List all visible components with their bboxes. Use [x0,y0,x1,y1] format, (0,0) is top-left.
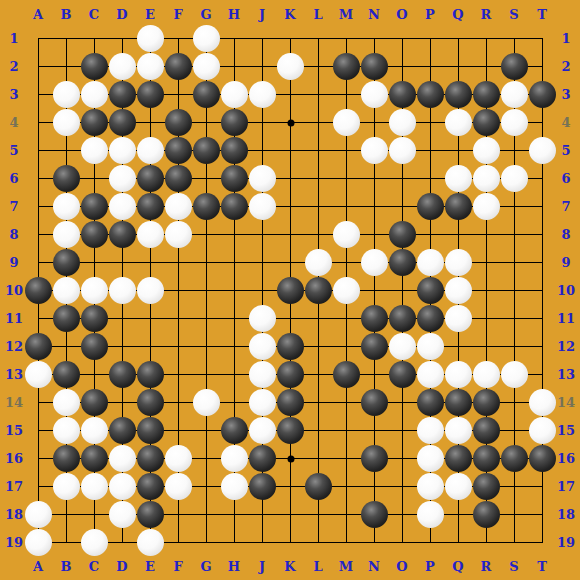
intersection-A2[interactable] [24,52,52,80]
intersection-R2[interactable] [472,52,500,80]
intersection-P17[interactable] [416,472,444,500]
intersection-P9[interactable] [416,248,444,276]
intersection-M11[interactable] [332,304,360,332]
intersection-M18[interactable] [332,500,360,528]
intersection-A15[interactable] [24,416,52,444]
intersection-N9[interactable] [360,248,388,276]
intersection-T5[interactable] [528,136,556,164]
intersection-M9[interactable] [332,248,360,276]
intersection-G13[interactable] [192,360,220,388]
intersection-L5[interactable] [304,136,332,164]
intersection-K16[interactable] [276,444,304,472]
intersection-J12[interactable] [248,332,276,360]
intersection-D19[interactable] [108,528,136,556]
intersection-D7[interactable] [108,192,136,220]
intersection-L15[interactable] [304,416,332,444]
intersection-C2[interactable] [80,52,108,80]
intersection-S15[interactable] [500,416,528,444]
intersection-N12[interactable] [360,332,388,360]
intersection-R6[interactable] [472,164,500,192]
intersection-A1[interactable] [24,24,52,52]
intersection-B13[interactable] [52,360,80,388]
intersection-H1[interactable] [220,24,248,52]
intersection-N18[interactable] [360,500,388,528]
intersection-L3[interactable] [304,80,332,108]
intersection-K1[interactable] [276,24,304,52]
intersection-F14[interactable] [164,388,192,416]
intersection-G9[interactable] [192,248,220,276]
intersection-K8[interactable] [276,220,304,248]
intersection-C11[interactable] [80,304,108,332]
intersection-H8[interactable] [220,220,248,248]
intersection-B7[interactable] [52,192,80,220]
intersection-P8[interactable] [416,220,444,248]
intersection-R7[interactable] [472,192,500,220]
intersection-K12[interactable] [276,332,304,360]
intersection-E2[interactable] [136,52,164,80]
intersection-P15[interactable] [416,416,444,444]
intersection-Q17[interactable] [444,472,472,500]
intersection-J19[interactable] [248,528,276,556]
intersection-B17[interactable] [52,472,80,500]
intersection-P13[interactable] [416,360,444,388]
intersection-E6[interactable] [136,164,164,192]
intersection-J2[interactable] [248,52,276,80]
intersection-R5[interactable] [472,136,500,164]
intersection-D2[interactable] [108,52,136,80]
intersection-F2[interactable] [164,52,192,80]
intersection-S1[interactable] [500,24,528,52]
intersection-R12[interactable] [472,332,500,360]
intersection-K5[interactable] [276,136,304,164]
intersection-C14[interactable] [80,388,108,416]
intersection-C10[interactable] [80,276,108,304]
intersection-O13[interactable] [388,360,416,388]
intersection-L1[interactable] [304,24,332,52]
intersection-G11[interactable] [192,304,220,332]
intersection-R19[interactable] [472,528,500,556]
intersection-C18[interactable] [80,500,108,528]
intersection-O16[interactable] [388,444,416,472]
intersection-S7[interactable] [500,192,528,220]
intersection-M3[interactable] [332,80,360,108]
intersection-H2[interactable] [220,52,248,80]
intersection-H9[interactable] [220,248,248,276]
intersection-D16[interactable] [108,444,136,472]
intersection-L13[interactable] [304,360,332,388]
intersection-N19[interactable] [360,528,388,556]
intersection-Q10[interactable] [444,276,472,304]
intersection-S11[interactable] [500,304,528,332]
intersection-D13[interactable] [108,360,136,388]
intersection-M13[interactable] [332,360,360,388]
intersection-M14[interactable] [332,388,360,416]
intersection-L12[interactable] [304,332,332,360]
intersection-D17[interactable] [108,472,136,500]
intersection-F4[interactable] [164,108,192,136]
intersection-C1[interactable] [80,24,108,52]
intersection-P3[interactable] [416,80,444,108]
intersection-B19[interactable] [52,528,80,556]
intersection-E3[interactable] [136,80,164,108]
intersection-F6[interactable] [164,164,192,192]
intersection-T2[interactable] [528,52,556,80]
intersection-H13[interactable] [220,360,248,388]
intersection-R1[interactable] [472,24,500,52]
intersection-K18[interactable] [276,500,304,528]
intersection-F15[interactable] [164,416,192,444]
intersection-E19[interactable] [136,528,164,556]
intersection-D18[interactable] [108,500,136,528]
intersection-A12[interactable] [24,332,52,360]
intersection-J1[interactable] [248,24,276,52]
intersection-M2[interactable] [332,52,360,80]
intersection-F17[interactable] [164,472,192,500]
intersection-T19[interactable] [528,528,556,556]
intersection-B11[interactable] [52,304,80,332]
intersection-N8[interactable] [360,220,388,248]
intersection-J11[interactable] [248,304,276,332]
intersection-A17[interactable] [24,472,52,500]
intersection-S14[interactable] [500,388,528,416]
intersection-R9[interactable] [472,248,500,276]
intersection-L19[interactable] [304,528,332,556]
intersection-A8[interactable] [24,220,52,248]
intersection-Q5[interactable] [444,136,472,164]
intersection-P4[interactable] [416,108,444,136]
intersection-A9[interactable] [24,248,52,276]
intersection-A3[interactable] [24,80,52,108]
intersection-A14[interactable] [24,388,52,416]
intersection-P10[interactable] [416,276,444,304]
intersection-N15[interactable] [360,416,388,444]
intersection-O18[interactable] [388,500,416,528]
intersection-R10[interactable] [472,276,500,304]
intersection-A11[interactable] [24,304,52,332]
intersection-D10[interactable] [108,276,136,304]
intersection-H6[interactable] [220,164,248,192]
intersection-C7[interactable] [80,192,108,220]
intersection-G5[interactable] [192,136,220,164]
intersection-R18[interactable] [472,500,500,528]
intersection-K10[interactable] [276,276,304,304]
intersection-J15[interactable] [248,416,276,444]
intersection-K4[interactable] [276,108,304,136]
intersection-M7[interactable] [332,192,360,220]
intersection-T7[interactable] [528,192,556,220]
intersection-F3[interactable] [164,80,192,108]
intersection-H18[interactable] [220,500,248,528]
intersection-T18[interactable] [528,500,556,528]
intersection-T3[interactable] [528,80,556,108]
intersection-M5[interactable] [332,136,360,164]
intersection-M10[interactable] [332,276,360,304]
intersection-B8[interactable] [52,220,80,248]
intersection-T16[interactable] [528,444,556,472]
intersection-A7[interactable] [24,192,52,220]
intersection-R14[interactable] [472,388,500,416]
intersection-L16[interactable] [304,444,332,472]
intersection-C19[interactable] [80,528,108,556]
intersection-K3[interactable] [276,80,304,108]
intersection-H16[interactable] [220,444,248,472]
intersection-C8[interactable] [80,220,108,248]
intersection-E16[interactable] [136,444,164,472]
intersection-N17[interactable] [360,472,388,500]
intersection-P14[interactable] [416,388,444,416]
intersection-J4[interactable] [248,108,276,136]
intersection-N3[interactable] [360,80,388,108]
intersection-C13[interactable] [80,360,108,388]
intersection-G1[interactable] [192,24,220,52]
intersection-S18[interactable] [500,500,528,528]
intersection-J6[interactable] [248,164,276,192]
intersection-K17[interactable] [276,472,304,500]
intersection-D5[interactable] [108,136,136,164]
intersection-O10[interactable] [388,276,416,304]
intersection-E18[interactable] [136,500,164,528]
intersection-T10[interactable] [528,276,556,304]
intersection-E14[interactable] [136,388,164,416]
intersection-K9[interactable] [276,248,304,276]
intersection-O5[interactable] [388,136,416,164]
intersection-F18[interactable] [164,500,192,528]
intersection-O8[interactable] [388,220,416,248]
intersection-B9[interactable] [52,248,80,276]
intersection-O3[interactable] [388,80,416,108]
intersection-O14[interactable] [388,388,416,416]
intersection-Q11[interactable] [444,304,472,332]
intersection-P1[interactable] [416,24,444,52]
intersection-J14[interactable] [248,388,276,416]
intersection-D9[interactable] [108,248,136,276]
intersection-B2[interactable] [52,52,80,80]
intersection-T13[interactable] [528,360,556,388]
intersection-F7[interactable] [164,192,192,220]
intersection-L10[interactable] [304,276,332,304]
intersection-Q12[interactable] [444,332,472,360]
intersection-S6[interactable] [500,164,528,192]
intersection-B18[interactable] [52,500,80,528]
intersection-O7[interactable] [388,192,416,220]
intersection-Q4[interactable] [444,108,472,136]
intersection-A5[interactable] [24,136,52,164]
intersection-F8[interactable] [164,220,192,248]
intersection-P16[interactable] [416,444,444,472]
intersection-J16[interactable] [248,444,276,472]
intersection-O9[interactable] [388,248,416,276]
intersection-H12[interactable] [220,332,248,360]
intersection-G18[interactable] [192,500,220,528]
intersection-R17[interactable] [472,472,500,500]
intersection-Q18[interactable] [444,500,472,528]
intersection-S12[interactable] [500,332,528,360]
intersection-O11[interactable] [388,304,416,332]
intersection-R15[interactable] [472,416,500,444]
intersection-M1[interactable] [332,24,360,52]
intersection-R4[interactable] [472,108,500,136]
intersection-B16[interactable] [52,444,80,472]
intersection-O4[interactable] [388,108,416,136]
intersection-A10[interactable] [24,276,52,304]
intersection-H3[interactable] [220,80,248,108]
intersection-N14[interactable] [360,388,388,416]
intersection-K11[interactable] [276,304,304,332]
intersection-T12[interactable] [528,332,556,360]
intersection-G19[interactable] [192,528,220,556]
intersection-L4[interactable] [304,108,332,136]
intersection-E5[interactable] [136,136,164,164]
intersection-L11[interactable] [304,304,332,332]
intersection-H7[interactable] [220,192,248,220]
intersection-C6[interactable] [80,164,108,192]
intersection-S2[interactable] [500,52,528,80]
intersection-G6[interactable] [192,164,220,192]
intersection-Q1[interactable] [444,24,472,52]
intersection-L14[interactable] [304,388,332,416]
intersection-E1[interactable] [136,24,164,52]
intersection-A18[interactable] [24,500,52,528]
intersection-D12[interactable] [108,332,136,360]
intersection-Q2[interactable] [444,52,472,80]
intersection-M4[interactable] [332,108,360,136]
intersection-R8[interactable] [472,220,500,248]
intersection-J3[interactable] [248,80,276,108]
intersection-M16[interactable] [332,444,360,472]
intersection-Q19[interactable] [444,528,472,556]
intersection-J7[interactable] [248,192,276,220]
intersection-E4[interactable] [136,108,164,136]
intersection-N10[interactable] [360,276,388,304]
intersection-J10[interactable] [248,276,276,304]
intersection-N2[interactable] [360,52,388,80]
intersection-E10[interactable] [136,276,164,304]
intersection-F12[interactable] [164,332,192,360]
intersection-F13[interactable] [164,360,192,388]
intersection-E7[interactable] [136,192,164,220]
intersection-T14[interactable] [528,388,556,416]
intersection-R3[interactable] [472,80,500,108]
intersection-K13[interactable] [276,360,304,388]
intersection-D4[interactable] [108,108,136,136]
intersection-N11[interactable] [360,304,388,332]
intersection-Q3[interactable] [444,80,472,108]
intersection-E12[interactable] [136,332,164,360]
intersection-D8[interactable] [108,220,136,248]
intersection-D15[interactable] [108,416,136,444]
intersection-N4[interactable] [360,108,388,136]
intersection-M6[interactable] [332,164,360,192]
intersection-G2[interactable] [192,52,220,80]
intersection-N16[interactable] [360,444,388,472]
intersection-G14[interactable] [192,388,220,416]
intersection-G4[interactable] [192,108,220,136]
intersection-S10[interactable] [500,276,528,304]
intersection-P5[interactable] [416,136,444,164]
intersection-B4[interactable] [52,108,80,136]
intersection-O17[interactable] [388,472,416,500]
intersection-E9[interactable] [136,248,164,276]
intersection-S8[interactable] [500,220,528,248]
intersection-P12[interactable] [416,332,444,360]
intersection-D14[interactable] [108,388,136,416]
intersection-L9[interactable] [304,248,332,276]
intersection-T6[interactable] [528,164,556,192]
intersection-O2[interactable] [388,52,416,80]
intersection-E13[interactable] [136,360,164,388]
intersection-T11[interactable] [528,304,556,332]
intersection-G8[interactable] [192,220,220,248]
intersection-P19[interactable] [416,528,444,556]
intersection-B10[interactable] [52,276,80,304]
intersection-M8[interactable] [332,220,360,248]
intersection-N13[interactable] [360,360,388,388]
intersection-S4[interactable] [500,108,528,136]
intersection-Q9[interactable] [444,248,472,276]
intersection-Q6[interactable] [444,164,472,192]
intersection-T17[interactable] [528,472,556,500]
intersection-Q8[interactable] [444,220,472,248]
intersection-J5[interactable] [248,136,276,164]
intersection-F11[interactable] [164,304,192,332]
intersection-E8[interactable] [136,220,164,248]
intersection-G12[interactable] [192,332,220,360]
intersection-J8[interactable] [248,220,276,248]
intersection-K15[interactable] [276,416,304,444]
intersection-G15[interactable] [192,416,220,444]
intersection-G7[interactable] [192,192,220,220]
intersection-Q15[interactable] [444,416,472,444]
intersection-O15[interactable] [388,416,416,444]
intersection-C3[interactable] [80,80,108,108]
intersection-B1[interactable] [52,24,80,52]
intersection-O19[interactable] [388,528,416,556]
intersection-B5[interactable] [52,136,80,164]
intersection-S16[interactable] [500,444,528,472]
intersection-B6[interactable] [52,164,80,192]
intersection-M15[interactable] [332,416,360,444]
intersection-T15[interactable] [528,416,556,444]
intersection-P6[interactable] [416,164,444,192]
intersection-K14[interactable] [276,388,304,416]
intersection-H19[interactable] [220,528,248,556]
intersection-K6[interactable] [276,164,304,192]
intersection-C4[interactable] [80,108,108,136]
intersection-E11[interactable] [136,304,164,332]
intersection-D6[interactable] [108,164,136,192]
intersection-C17[interactable] [80,472,108,500]
intersection-F5[interactable] [164,136,192,164]
intersection-S13[interactable] [500,360,528,388]
intersection-S17[interactable] [500,472,528,500]
intersection-K19[interactable] [276,528,304,556]
intersection-G10[interactable] [192,276,220,304]
intersection-C15[interactable] [80,416,108,444]
intersection-K2[interactable] [276,52,304,80]
intersection-Q14[interactable] [444,388,472,416]
intersection-B3[interactable] [52,80,80,108]
intersection-T9[interactable] [528,248,556,276]
intersection-R13[interactable] [472,360,500,388]
intersection-S19[interactable] [500,528,528,556]
intersection-E17[interactable] [136,472,164,500]
intersection-L18[interactable] [304,500,332,528]
intersection-B15[interactable] [52,416,80,444]
intersection-A16[interactable] [24,444,52,472]
intersection-P18[interactable] [416,500,444,528]
intersection-S5[interactable] [500,136,528,164]
intersection-F16[interactable] [164,444,192,472]
